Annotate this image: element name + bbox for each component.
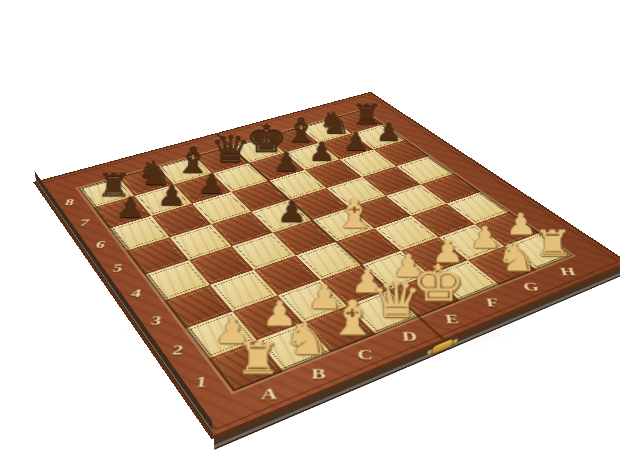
board: 8♜♞♝♛♚♝♞♜7♟♟♟♟♟♟♟65♟4♝32♟♟♟♟♟♟♟♟1♜♞♝♛♚♞♜… (36, 93, 620, 436)
board-3d-scene: 8♜♞♝♛♚♝♞♜7♟♟♟♟♟♟♟65♟4♝32♟♟♟♟♟♟♟♟1♜♞♝♛♚♞♜… (36, 93, 620, 436)
square-h1: ♜ (505, 233, 573, 270)
chess-set-photo: 8♜♞♝♛♚♝♞♜7♟♟♟♟♟♟♟65♟4♝32♟♟♟♟♟♟♟♟1♜♞♝♛♚♞♜… (0, 0, 620, 465)
piece-white-pawn-b2: ♟ (261, 297, 297, 331)
